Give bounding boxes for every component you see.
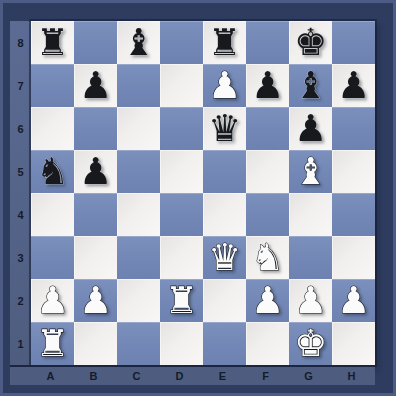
- piece-white-bishop: ♝: [294, 153, 327, 190]
- square-c1[interactable]: [117, 322, 160, 365]
- piece-white-pawn: ♟: [79, 282, 112, 319]
- square-g6[interactable]: ♟: [289, 107, 332, 150]
- square-c7[interactable]: [117, 64, 160, 107]
- file-label: E: [201, 370, 244, 382]
- square-g8[interactable]: ♚: [289, 21, 332, 64]
- square-f6[interactable]: [246, 107, 289, 150]
- square-a7[interactable]: [31, 64, 74, 107]
- piece-white-pawn: ♟: [294, 282, 327, 319]
- square-a3[interactable]: [31, 236, 74, 279]
- file-label: C: [115, 370, 158, 382]
- piece-black-rook: ♜: [36, 24, 69, 61]
- square-d4[interactable]: [160, 193, 203, 236]
- square-b3[interactable]: [74, 236, 117, 279]
- rank-label: 4: [10, 193, 31, 236]
- square-d5[interactable]: [160, 150, 203, 193]
- chess-board: ♜♝♜♚♟♟♟♝♟♛♟♞♟♝♛♞♟♟♜♟♟♟♜♚: [31, 21, 375, 365]
- square-e8[interactable]: ♜: [203, 21, 246, 64]
- square-c6[interactable]: [117, 107, 160, 150]
- file-label: G: [287, 370, 330, 382]
- square-e3[interactable]: ♛: [203, 236, 246, 279]
- piece-white-pawn: ♟: [208, 67, 241, 104]
- file-label: H: [330, 370, 373, 382]
- square-c4[interactable]: [117, 193, 160, 236]
- piece-white-pawn: ♟: [36, 282, 69, 319]
- piece-white-pawn: ♟: [337, 282, 370, 319]
- square-a4[interactable]: [31, 193, 74, 236]
- piece-white-pawn: ♟: [251, 282, 284, 319]
- square-f5[interactable]: [246, 150, 289, 193]
- piece-black-bishop: ♝: [294, 67, 327, 104]
- square-a8[interactable]: ♜: [31, 21, 74, 64]
- file-label: D: [158, 370, 201, 382]
- square-h8[interactable]: [332, 21, 375, 64]
- square-a6[interactable]: [31, 107, 74, 150]
- square-g5[interactable]: ♝: [289, 150, 332, 193]
- square-b4[interactable]: [74, 193, 117, 236]
- square-h2[interactable]: ♟: [332, 279, 375, 322]
- square-h7[interactable]: ♟: [332, 64, 375, 107]
- piece-black-pawn: ♟: [79, 153, 112, 190]
- piece-white-rook: ♜: [36, 325, 69, 362]
- file-labels: ABCDEFGH: [10, 365, 375, 385]
- square-c5[interactable]: [117, 150, 160, 193]
- square-f1[interactable]: [246, 322, 289, 365]
- piece-black-queen: ♛: [208, 110, 241, 147]
- square-f7[interactable]: ♟: [246, 64, 289, 107]
- square-a1[interactable]: ♜: [31, 322, 74, 365]
- square-h6[interactable]: [332, 107, 375, 150]
- square-e4[interactable]: [203, 193, 246, 236]
- square-g4[interactable]: [289, 193, 332, 236]
- square-b2[interactable]: ♟: [74, 279, 117, 322]
- square-b7[interactable]: ♟: [74, 64, 117, 107]
- piece-black-pawn: ♟: [251, 67, 284, 104]
- file-label: F: [244, 370, 287, 382]
- square-e6[interactable]: ♛: [203, 107, 246, 150]
- piece-white-knight: ♞: [251, 239, 284, 276]
- square-b1[interactable]: [74, 322, 117, 365]
- piece-black-pawn: ♟: [337, 67, 370, 104]
- label-corner: [10, 367, 29, 385]
- rank-labels: 87654321: [10, 21, 31, 365]
- piece-black-king: ♚: [294, 24, 327, 61]
- square-d8[interactable]: [160, 21, 203, 64]
- square-b8[interactable]: [74, 21, 117, 64]
- square-f2[interactable]: ♟: [246, 279, 289, 322]
- square-g3[interactable]: [289, 236, 332, 279]
- rank-label: 5: [10, 150, 31, 193]
- square-a5[interactable]: ♞: [31, 150, 74, 193]
- square-h5[interactable]: [332, 150, 375, 193]
- square-g7[interactable]: ♝: [289, 64, 332, 107]
- square-e2[interactable]: [203, 279, 246, 322]
- square-f8[interactable]: [246, 21, 289, 64]
- rank-label: 2: [10, 279, 31, 322]
- piece-black-pawn: ♟: [294, 110, 327, 147]
- square-g1[interactable]: ♚: [289, 322, 332, 365]
- file-label: B: [72, 370, 115, 382]
- piece-white-king: ♚: [294, 325, 327, 362]
- square-b6[interactable]: [74, 107, 117, 150]
- square-h1[interactable]: [332, 322, 375, 365]
- piece-black-rook: ♜: [208, 24, 241, 61]
- square-h4[interactable]: [332, 193, 375, 236]
- square-d3[interactable]: [160, 236, 203, 279]
- square-h3[interactable]: [332, 236, 375, 279]
- chessboard-frame: 87654321 ♜♝♜♚♟♟♟♝♟♛♟♞♟♝♛♞♟♟♜♟♟♟♜♚ ABCDEF…: [0, 0, 396, 396]
- piece-white-queen: ♛: [208, 239, 241, 276]
- rank-label: 7: [10, 64, 31, 107]
- square-d7[interactable]: [160, 64, 203, 107]
- piece-black-bishop: ♝: [122, 24, 155, 61]
- piece-black-pawn: ♟: [79, 67, 112, 104]
- piece-white-rook: ♜: [165, 282, 198, 319]
- square-c3[interactable]: [117, 236, 160, 279]
- file-label: A: [29, 370, 72, 382]
- square-e1[interactable]: [203, 322, 246, 365]
- square-f4[interactable]: [246, 193, 289, 236]
- square-b5[interactable]: ♟: [74, 150, 117, 193]
- square-f3[interactable]: ♞: [246, 236, 289, 279]
- square-a2[interactable]: ♟: [31, 279, 74, 322]
- square-d6[interactable]: [160, 107, 203, 150]
- rank-label: 3: [10, 236, 31, 279]
- square-g2[interactable]: ♟: [289, 279, 332, 322]
- square-c8[interactable]: ♝: [117, 21, 160, 64]
- rank-label: 8: [10, 21, 31, 64]
- rank-label: 6: [10, 107, 31, 150]
- piece-black-knight: ♞: [36, 153, 69, 190]
- rank-label: 1: [10, 322, 31, 365]
- square-d1[interactable]: [160, 322, 203, 365]
- square-c2[interactable]: [117, 279, 160, 322]
- square-d2[interactable]: ♜: [160, 279, 203, 322]
- square-e7[interactable]: ♟: [203, 64, 246, 107]
- square-e5[interactable]: [203, 150, 246, 193]
